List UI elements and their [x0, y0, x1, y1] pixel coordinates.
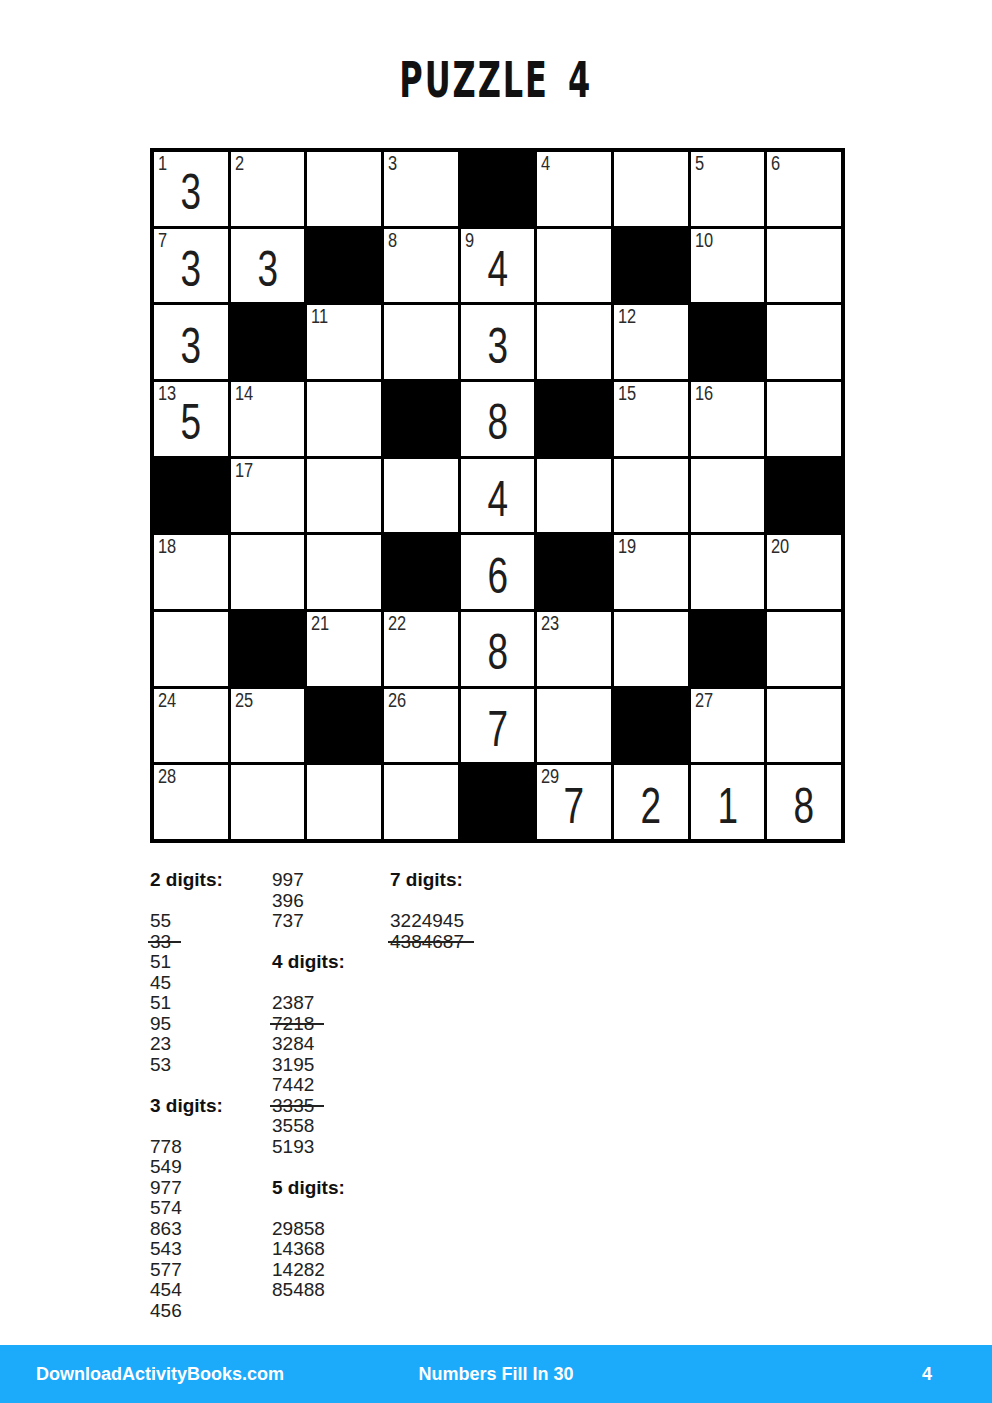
grid-cell[interactable]: 13 — [154, 152, 228, 226]
grid-cell[interactable]: 3 — [154, 305, 228, 379]
grid-cell[interactable]: 94 — [461, 229, 535, 303]
list-number-value: 577 — [150, 1259, 182, 1280]
grid-cell[interactable]: 6 — [767, 152, 841, 226]
grid-cell[interactable]: 28 — [154, 765, 228, 839]
list-number-value: 549 — [150, 1156, 182, 1177]
list-number-value: 396 — [272, 890, 304, 911]
clue-number: 14 — [235, 383, 253, 404]
list-section-header: 3 digits: — [150, 1096, 223, 1117]
list-number: 577 — [150, 1260, 223, 1281]
title-prefix: PUZZLE — [399, 51, 549, 109]
clue-number: 15 — [618, 383, 636, 404]
list-number-value: 53 — [150, 1054, 171, 1075]
grid-cell[interactable]: 20 — [767, 535, 841, 609]
grid-cell[interactable] — [767, 612, 841, 686]
list-number-value: 51 — [150, 992, 171, 1013]
black-cell — [691, 612, 765, 686]
grid-cell[interactable] — [614, 459, 688, 533]
footer-page-number: 4 — [922, 1364, 992, 1385]
list-number-value: 45 — [150, 972, 171, 993]
list-number: 7442 — [272, 1075, 345, 1096]
grid-cell[interactable]: 5 — [691, 152, 765, 226]
grid-cell[interactable] — [537, 689, 611, 763]
list-number-value: 574 — [150, 1197, 182, 1218]
clue-number: 19 — [618, 536, 636, 557]
grid-cell[interactable]: 8 — [461, 382, 535, 456]
clue-number: 18 — [158, 536, 176, 557]
footer-book-title: Numbers Fill In 30 — [418, 1364, 573, 1385]
grid-cell[interactable]: 6 — [461, 535, 535, 609]
list-number: 456 — [150, 1301, 223, 1322]
list-number-value: 4384687 — [390, 932, 464, 953]
clue-number: 22 — [388, 613, 406, 634]
grid-cell[interactable] — [767, 689, 841, 763]
black-cell — [307, 229, 381, 303]
list-number-value: 863 — [150, 1218, 182, 1239]
grid-cell[interactable]: 19 — [614, 535, 688, 609]
clue-number: 28 — [158, 766, 176, 787]
clue-number: 16 — [695, 383, 713, 404]
grid-cell[interactable] — [307, 382, 381, 456]
cell-digit: 7 — [470, 689, 525, 763]
grid-cell[interactable] — [384, 305, 458, 379]
grid-cell[interactable]: 3 — [384, 152, 458, 226]
grid-cell[interactable]: 8 — [384, 229, 458, 303]
grid-cell[interactable] — [767, 229, 841, 303]
grid-cell[interactable]: 3 — [461, 305, 535, 379]
list-number-value: 997 — [272, 869, 304, 890]
grid-cell[interactable]: 73 — [154, 229, 228, 303]
grid-cell[interactable] — [231, 765, 305, 839]
grid-cell[interactable] — [767, 382, 841, 456]
list-number-value: 7218 — [272, 1014, 314, 1035]
black-cell — [537, 535, 611, 609]
list-number: 737 — [272, 911, 345, 932]
black-cell — [461, 152, 535, 226]
list-number: 2387 — [272, 993, 345, 1014]
grid-cell[interactable] — [384, 765, 458, 839]
black-cell — [231, 305, 305, 379]
list-number-value: 55 — [150, 910, 171, 931]
black-cell — [614, 229, 688, 303]
list-number-value: 85488 — [272, 1279, 325, 1300]
blank-line — [390, 891, 464, 912]
grid-cell[interactable] — [154, 612, 228, 686]
clue-number: 11 — [311, 306, 328, 327]
cell-digit: 2 — [624, 765, 679, 839]
grid-cell[interactable]: 297 — [537, 765, 611, 839]
grid-cell[interactable]: 7 — [461, 689, 535, 763]
grid-cell[interactable]: 15 — [614, 382, 688, 456]
grid-cell[interactable] — [767, 305, 841, 379]
list-number: 53 — [150, 1055, 223, 1076]
clue-number: 24 — [158, 690, 176, 711]
list-number-value: 95 — [150, 1013, 171, 1034]
grid-cell[interactable]: 8 — [767, 765, 841, 839]
list-section-header: 7 digits: — [390, 870, 464, 891]
list-number-value: 456 — [150, 1300, 182, 1321]
black-cell — [461, 765, 535, 839]
grid-cell[interactable]: 16 — [691, 382, 765, 456]
footer-website: DownloadActivityBooks.com — [0, 1364, 284, 1385]
list-number-value: 14368 — [272, 1238, 325, 1259]
list-number: 45 — [150, 973, 223, 994]
grid-cell[interactable] — [691, 535, 765, 609]
clue-number: 8 — [388, 230, 397, 251]
clue-number: 10 — [695, 230, 713, 251]
list-number: 51 — [150, 952, 223, 973]
list-number: 543 — [150, 1239, 223, 1260]
list-number-value: 23 — [150, 1033, 171, 1054]
grid-cell[interactable] — [231, 535, 305, 609]
grid-cell[interactable] — [537, 459, 611, 533]
list-number-value: 3224945 — [390, 910, 464, 931]
list-number: 454 — [150, 1280, 223, 1301]
list-section-header: 4 digits: — [272, 952, 345, 973]
list-number: 396 — [272, 891, 345, 912]
list-number: 863 — [150, 1219, 223, 1240]
black-cell — [307, 689, 381, 763]
grid-cell[interactable]: 24 — [154, 689, 228, 763]
grid-cell[interactable]: 3 — [231, 229, 305, 303]
grid-cell[interactable]: 2 — [231, 152, 305, 226]
list-number-value: 2387 — [272, 992, 314, 1013]
puzzle-grid: 1323456733894103113121351481516174186192… — [150, 148, 845, 843]
list-number-struck: 7218 — [272, 1014, 345, 1035]
list-number-value: 51 — [150, 951, 171, 972]
list-number-value: 14282 — [272, 1259, 325, 1280]
cell-digit: 4 — [470, 459, 525, 533]
grid-cell[interactable] — [384, 459, 458, 533]
clue-number: 4 — [541, 153, 550, 174]
clue-number: 6 — [771, 153, 780, 174]
clue-number: 20 — [771, 536, 789, 557]
cell-digit: 3 — [240, 229, 295, 303]
list-number-struck: 4384687 — [390, 932, 464, 953]
page-title: PUZZLE4 — [0, 54, 992, 106]
cell-digit: 7 — [547, 765, 602, 839]
blank-line — [150, 1075, 223, 1096]
grid-cell[interactable]: 14 — [231, 382, 305, 456]
cell-digit: 3 — [164, 305, 219, 379]
list-number: 51 — [150, 993, 223, 1014]
cell-digit: 4 — [470, 229, 525, 303]
grid-cell[interactable]: 4 — [537, 152, 611, 226]
list-number: 997 — [272, 870, 345, 891]
cell-digit: 8 — [470, 382, 525, 456]
blank-line — [272, 1157, 345, 1178]
list-number: 3224945 — [390, 911, 464, 932]
list-number: 14282 — [272, 1260, 345, 1281]
list-number: 29858 — [272, 1219, 345, 1240]
grid-cell[interactable] — [614, 152, 688, 226]
grid-cell[interactable]: 17 — [231, 459, 305, 533]
cell-digit: 1 — [700, 765, 755, 839]
blank-line — [272, 932, 345, 953]
list-number: 549 — [150, 1157, 223, 1178]
list-number: 55 — [150, 911, 223, 932]
grid-cell[interactable]: 26 — [384, 689, 458, 763]
clue-number: 27 — [695, 690, 713, 711]
clue-number: 5 — [695, 153, 704, 174]
grid-cell[interactable]: 10 — [691, 229, 765, 303]
list-column-1: 2 digits: 5533514551952353 3 digits: 778… — [150, 870, 223, 1321]
list-number: 3195 — [272, 1055, 345, 1076]
list-number-struck: 3335 — [272, 1096, 345, 1117]
list-section-header: 2 digits: — [150, 870, 223, 891]
list-section-header: 5 digits: — [272, 1178, 345, 1199]
grid-cell[interactable]: 12 — [614, 305, 688, 379]
grid-cell[interactable]: 2 — [614, 765, 688, 839]
black-cell — [231, 612, 305, 686]
list-number-value: 7442 — [272, 1074, 314, 1095]
grid-cell[interactable] — [691, 459, 765, 533]
list-number: 3558 — [272, 1116, 345, 1137]
list-number-value: 29858 — [272, 1218, 325, 1239]
list-number: 95 — [150, 1014, 223, 1035]
list-number-value: 3195 — [272, 1054, 314, 1075]
cell-digit: 8 — [470, 612, 525, 686]
grid-cell[interactable]: 23 — [537, 612, 611, 686]
list-number: 14368 — [272, 1239, 345, 1260]
grid-cell[interactable]: 25 — [231, 689, 305, 763]
grid-cell[interactable] — [307, 459, 381, 533]
grid-cell[interactable] — [537, 305, 611, 379]
list-number-value: 454 — [150, 1279, 182, 1300]
list-number: 778 — [150, 1137, 223, 1158]
grid-cell[interactable]: 8 — [461, 612, 535, 686]
list-number-value: 33 — [150, 932, 171, 953]
black-cell — [384, 382, 458, 456]
black-cell — [691, 305, 765, 379]
grid-cell[interactable] — [307, 765, 381, 839]
black-cell — [614, 689, 688, 763]
cell-digit: 3 — [164, 152, 219, 226]
grid-cell[interactable] — [307, 535, 381, 609]
cell-digit: 3 — [470, 305, 525, 379]
cell-digit: 5 — [164, 382, 219, 456]
grid-cell[interactable]: 1 — [691, 765, 765, 839]
list-number: 3284 — [272, 1034, 345, 1055]
grid-cell[interactable]: 4 — [461, 459, 535, 533]
list-number-value: 3335 — [272, 1096, 314, 1117]
cell-digit: 3 — [164, 229, 219, 303]
list-number: 574 — [150, 1198, 223, 1219]
list-column-2: 997396737 4 digits: 23877218328431957442… — [272, 870, 345, 1301]
list-number-value: 977 — [150, 1177, 182, 1198]
list-number: 23 — [150, 1034, 223, 1055]
black-cell — [767, 459, 841, 533]
grid-cell[interactable] — [614, 612, 688, 686]
cell-digit: 6 — [470, 535, 525, 609]
list-number-value: 3284 — [272, 1033, 314, 1054]
grid-cell[interactable]: 27 — [691, 689, 765, 763]
grid-cell[interactable]: 11 — [307, 305, 381, 379]
list-number: 977 — [150, 1178, 223, 1199]
black-cell — [537, 382, 611, 456]
grid-cell[interactable]: 18 — [154, 535, 228, 609]
blank-line — [150, 1116, 223, 1137]
clue-number: 23 — [541, 613, 559, 634]
cell-digit: 8 — [777, 765, 832, 839]
grid-cell[interactable]: 135 — [154, 382, 228, 456]
grid-cell[interactable] — [307, 152, 381, 226]
grid-cell[interactable]: 21 — [307, 612, 381, 686]
list-number-value: 5193 — [272, 1136, 314, 1157]
list-number-value: 778 — [150, 1136, 182, 1157]
clue-number: 17 — [235, 460, 253, 481]
grid-cell[interactable]: 22 — [384, 612, 458, 686]
list-column-3: 7 digits: 32249454384687 — [390, 870, 464, 952]
list-number: 85488 — [272, 1280, 345, 1301]
clue-number: 21 — [311, 613, 329, 634]
page: PUZZLE4 13234567338941031131213514815161… — [0, 0, 992, 1403]
black-cell — [384, 535, 458, 609]
list-number-value: 737 — [272, 910, 304, 931]
black-cell — [154, 459, 228, 533]
list-number: 5193 — [272, 1137, 345, 1158]
puzzle-number: 4 — [568, 51, 592, 109]
blank-line — [272, 1198, 345, 1219]
list-number-value: 543 — [150, 1238, 182, 1259]
grid-cell[interactable] — [537, 229, 611, 303]
list-number-value: 3558 — [272, 1115, 314, 1136]
clue-number: 25 — [235, 690, 253, 711]
list-number-struck: 33 — [150, 932, 223, 953]
clue-number: 12 — [618, 306, 636, 327]
clue-number: 26 — [388, 690, 406, 711]
clue-number: 3 — [388, 153, 397, 174]
footer-bar: DownloadActivityBooks.com Numbers Fill I… — [0, 1345, 992, 1403]
blank-line — [272, 973, 345, 994]
blank-line — [150, 891, 223, 912]
clue-number: 2 — [235, 153, 244, 174]
